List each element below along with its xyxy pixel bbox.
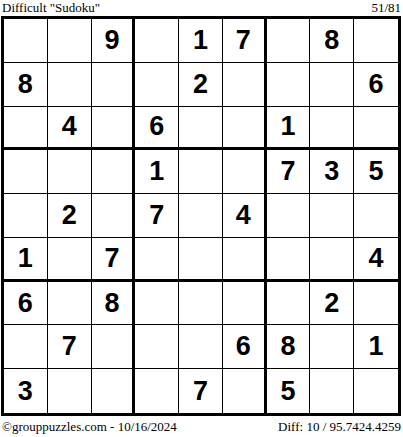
cell-r7c5[interactable] xyxy=(179,282,223,326)
cell-r8c7: 8 xyxy=(267,325,311,369)
cell-r7c8: 2 xyxy=(310,282,354,326)
cell-r1c3: 9 xyxy=(92,19,136,63)
cell-r9c6[interactable] xyxy=(223,369,267,413)
cell-r6c3: 7 xyxy=(92,238,136,282)
cell-r5c9[interactable] xyxy=(354,194,398,238)
cell-r8c1[interactable] xyxy=(4,325,48,369)
cell-r2c1: 8 xyxy=(4,63,48,107)
cell-r9c5: 7 xyxy=(179,369,223,413)
cell-r6c4[interactable] xyxy=(135,238,179,282)
cell-r4c6[interactable] xyxy=(223,150,267,194)
cell-r5c1[interactable] xyxy=(4,194,48,238)
cell-r8c6: 6 xyxy=(223,325,267,369)
cell-r7c4[interactable] xyxy=(135,282,179,326)
cell-r1c5: 1 xyxy=(179,19,223,63)
cell-r4c7: 7 xyxy=(267,150,311,194)
cell-r6c6[interactable] xyxy=(223,238,267,282)
cell-r9c7: 5 xyxy=(267,369,311,413)
cell-r6c9: 4 xyxy=(354,238,398,282)
cell-r5c4: 7 xyxy=(135,194,179,238)
page-title: Difficult "Sudoku" xyxy=(2,0,100,15)
cell-r1c7[interactable] xyxy=(267,19,311,63)
cell-r8c5[interactable] xyxy=(179,325,223,369)
empty-cell-counter: 51/81 xyxy=(371,0,401,15)
cell-r9c3[interactable] xyxy=(92,369,136,413)
cell-r9c8[interactable] xyxy=(310,369,354,413)
cell-r2c7[interactable] xyxy=(267,63,311,107)
cell-r2c4[interactable] xyxy=(135,63,179,107)
cell-r4c2[interactable] xyxy=(48,150,92,194)
cell-r5c6: 4 xyxy=(223,194,267,238)
cell-r3c9[interactable] xyxy=(354,107,398,151)
cell-r3c6[interactable] xyxy=(223,107,267,151)
cell-r2c9: 6 xyxy=(354,63,398,107)
cell-r1c8: 8 xyxy=(310,19,354,63)
cell-r6c8[interactable] xyxy=(310,238,354,282)
cell-r6c2[interactable] xyxy=(48,238,92,282)
cell-r4c8: 3 xyxy=(310,150,354,194)
cell-r7c2[interactable] xyxy=(48,282,92,326)
cell-r7c7[interactable] xyxy=(267,282,311,326)
cell-r6c7[interactable] xyxy=(267,238,311,282)
cell-r8c3[interactable] xyxy=(92,325,136,369)
cell-r5c2: 2 xyxy=(48,194,92,238)
cell-r8c8[interactable] xyxy=(310,325,354,369)
cell-r5c5[interactable] xyxy=(179,194,223,238)
sudoku-board: 917882646117352741746827681375 xyxy=(1,16,401,416)
cell-r9c2[interactable] xyxy=(48,369,92,413)
cell-r3c7: 1 xyxy=(267,107,311,151)
cell-r4c4: 1 xyxy=(135,150,179,194)
cell-r4c1[interactable] xyxy=(4,150,48,194)
cell-r2c5: 2 xyxy=(179,63,223,107)
cell-r5c3[interactable] xyxy=(92,194,136,238)
cell-r6c5[interactable] xyxy=(179,238,223,282)
cell-r2c2[interactable] xyxy=(48,63,92,107)
cell-r3c3[interactable] xyxy=(92,107,136,151)
cell-r6c1: 1 xyxy=(4,238,48,282)
cell-r7c6[interactable] xyxy=(223,282,267,326)
cell-r3c4: 6 xyxy=(135,107,179,151)
cell-r7c9[interactable] xyxy=(354,282,398,326)
cell-r2c3[interactable] xyxy=(92,63,136,107)
cell-r1c1[interactable] xyxy=(4,19,48,63)
cell-r3c2: 4 xyxy=(48,107,92,151)
copyright-date: ©grouppuzzles.com - 10/16/2024 xyxy=(2,419,177,434)
cell-r1c6: 7 xyxy=(223,19,267,63)
cell-r1c9[interactable] xyxy=(354,19,398,63)
cell-r4c9: 5 xyxy=(354,150,398,194)
cell-r4c5[interactable] xyxy=(179,150,223,194)
cell-r8c2: 7 xyxy=(48,325,92,369)
cell-r9c4[interactable] xyxy=(135,369,179,413)
sudoku-page: Difficult "Sudoku" 51/81 917882646117352… xyxy=(0,0,403,437)
cell-r8c4[interactable] xyxy=(135,325,179,369)
cell-r1c2[interactable] xyxy=(48,19,92,63)
cell-r8c9: 1 xyxy=(354,325,398,369)
cell-r4c3[interactable] xyxy=(92,150,136,194)
cell-r3c8[interactable] xyxy=(310,107,354,151)
cell-r7c3: 8 xyxy=(92,282,136,326)
cell-r5c8[interactable] xyxy=(310,194,354,238)
cell-r3c1[interactable] xyxy=(4,107,48,151)
cell-r9c9[interactable] xyxy=(354,369,398,413)
cell-r2c8[interactable] xyxy=(310,63,354,107)
cell-r1c4[interactable] xyxy=(135,19,179,63)
cell-r9c1: 3 xyxy=(4,369,48,413)
cell-r7c1: 6 xyxy=(4,282,48,326)
cell-r3c5[interactable] xyxy=(179,107,223,151)
cell-r5c7[interactable] xyxy=(267,194,311,238)
cell-r2c6[interactable] xyxy=(223,63,267,107)
difficulty-rating: Diff: 10 / 95.7424.4259 xyxy=(278,419,401,434)
